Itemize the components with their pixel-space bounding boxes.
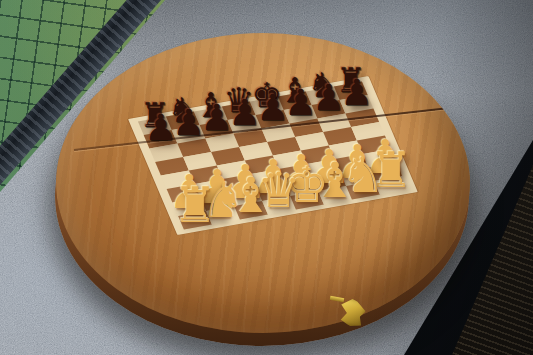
piece-bp-a7[interactable]: ♟ — [144, 110, 176, 146]
piece-bp-h7[interactable]: ♟ — [340, 75, 372, 111]
piece-wr-a1[interactable]: ♜ — [173, 181, 217, 230]
piece-bp-f7[interactable]: ♟ — [284, 85, 316, 121]
piece-bp-c7[interactable]: ♟ — [200, 100, 232, 136]
scene: ♜♞♝♛♚♝♞♜♟♟♟♟♟♟♟♟♟♟♟♟♟♟♟♟♜♞♝♛♚♝♞♜ — [0, 0, 533, 355]
piece-bp-e7[interactable]: ♟ — [256, 90, 288, 126]
piece-bp-g7[interactable]: ♟ — [312, 80, 344, 116]
piece-bp-b7[interactable]: ♟ — [172, 105, 204, 141]
piece-bp-d7[interactable]: ♟ — [228, 95, 260, 131]
pieces-layer: ♜♞♝♛♚♝♞♜♟♟♟♟♟♟♟♟♟♟♟♟♟♟♟♟♜♞♝♛♚♝♞♜ — [0, 0, 533, 355]
